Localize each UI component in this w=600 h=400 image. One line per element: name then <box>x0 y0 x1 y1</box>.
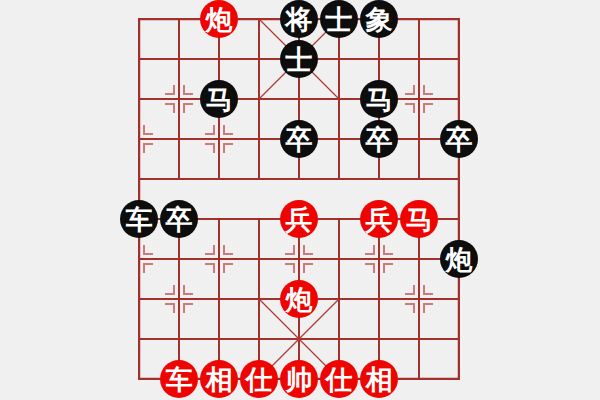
piece-black-advisor[interactable]: 士 <box>280 40 318 78</box>
piece-red-chariot[interactable]: 车 <box>160 360 198 398</box>
piece-black-elephant[interactable]: 象 <box>360 0 398 38</box>
piece-black-horse[interactable]: 马 <box>360 80 398 118</box>
piece-black-soldier[interactable]: 卒 <box>360 120 398 158</box>
piece-black-horse[interactable]: 马 <box>200 80 238 118</box>
piece-black-cannon[interactable]: 炮 <box>440 240 478 278</box>
piece-red-general[interactable]: 帅 <box>280 360 318 398</box>
piece-black-soldier[interactable]: 卒 <box>160 200 198 238</box>
piece-black-soldier[interactable]: 卒 <box>280 120 318 158</box>
piece-black-general[interactable]: 将 <box>280 0 318 38</box>
piece-black-soldier[interactable]: 卒 <box>440 120 478 158</box>
piece-red-advisor[interactable]: 仕 <box>320 360 358 398</box>
piece-red-horse[interactable]: 马 <box>400 200 438 238</box>
piece-red-cannon[interactable]: 炮 <box>200 0 238 38</box>
piece-red-cannon[interactable]: 炮 <box>280 280 318 318</box>
xiangqi-screenshot: 炮将士象士马马卒卒卒车卒兵兵马炮炮车相仕帅仕相 <box>0 0 600 400</box>
piece-red-advisor[interactable]: 仕 <box>240 360 278 398</box>
piece-black-advisor[interactable]: 士 <box>320 0 358 38</box>
xiangqi-board[interactable]: 炮将士象士马马卒卒卒车卒兵兵马炮炮车相仕帅仕相 <box>138 18 460 380</box>
piece-red-elephant[interactable]: 相 <box>360 360 398 398</box>
piece-black-chariot[interactable]: 车 <box>120 200 158 238</box>
piece-red-soldier[interactable]: 兵 <box>280 200 318 238</box>
piece-red-soldier[interactable]: 兵 <box>360 200 398 238</box>
piece-red-elephant[interactable]: 相 <box>200 360 238 398</box>
